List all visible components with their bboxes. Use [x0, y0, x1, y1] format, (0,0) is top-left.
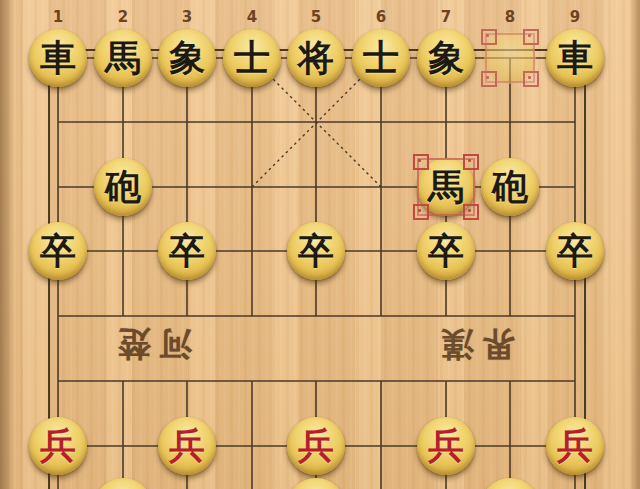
piece-character: 兵	[40, 428, 76, 464]
marker-corner	[481, 71, 497, 87]
piece-red-soldier[interactable]: 兵	[158, 417, 216, 475]
piece-character: 卒	[298, 233, 334, 269]
piece-black-chariot[interactable]: 車	[546, 29, 604, 87]
marker-corner	[463, 154, 479, 170]
piece-black-soldier[interactable]: 卒	[287, 222, 345, 280]
piece-character: 砲	[492, 169, 528, 205]
piece-black-horse[interactable]: 馬	[94, 29, 152, 87]
piece-character: 砲	[105, 169, 141, 205]
marker-corner	[463, 204, 479, 220]
piece-red-soldier[interactable]: 兵	[287, 417, 345, 475]
marker-corner	[481, 29, 497, 45]
piece-character: 車	[557, 40, 593, 76]
column-label-1: 1	[47, 8, 69, 26]
river-char: 漢	[441, 327, 474, 360]
piece-black-cannon[interactable]: 砲	[94, 158, 152, 216]
piece-black-cannon[interactable]: 砲	[481, 158, 539, 216]
river-text-han-jie: 漢 界	[441, 327, 515, 360]
piece-character: 馬	[105, 40, 141, 76]
column-label-8: 8	[499, 8, 521, 26]
column-label-7: 7	[435, 8, 457, 26]
piece-black-soldier[interactable]: 卒	[158, 222, 216, 280]
column-label-2: 2	[112, 8, 134, 26]
piece-red-soldier[interactable]: 兵	[29, 417, 87, 475]
marker-corner	[413, 204, 429, 220]
piece-character: 卒	[169, 233, 205, 269]
piece-black-soldier[interactable]: 卒	[29, 222, 87, 280]
piece-character: 卒	[40, 233, 76, 269]
marker-corner	[523, 71, 539, 87]
last-move-to-marker	[413, 154, 479, 220]
column-label-9: 9	[564, 8, 586, 26]
piece-character: 将	[298, 40, 334, 76]
piece-black-general[interactable]: 将	[287, 29, 345, 87]
column-label-6: 6	[370, 8, 392, 26]
piece-black-soldier[interactable]: 卒	[417, 222, 475, 280]
xiangqi-board[interactable]: 123456789 楚 河 漢 界 車馬象士将士象車砲馬砲卒卒卒卒卒兵兵兵兵兵	[0, 0, 640, 489]
piece-character: 兵	[298, 428, 334, 464]
piece-character: 兵	[557, 428, 593, 464]
piece-character: 象	[169, 40, 205, 76]
piece-black-chariot[interactable]: 車	[29, 29, 87, 87]
river-char: 界	[482, 327, 515, 360]
column-label-4: 4	[241, 8, 263, 26]
last-move-from-marker	[481, 29, 539, 87]
piece-character: 士	[363, 40, 399, 76]
piece-black-soldier[interactable]: 卒	[546, 222, 604, 280]
river-char: 楚	[118, 327, 151, 360]
piece-character: 兵	[169, 428, 205, 464]
piece-black-advisor[interactable]: 士	[352, 29, 410, 87]
marker-corner	[413, 154, 429, 170]
piece-black-advisor[interactable]: 士	[223, 29, 281, 87]
piece-character: 象	[428, 40, 464, 76]
piece-black-elephant[interactable]: 象	[158, 29, 216, 87]
marker-corner	[523, 29, 539, 45]
column-label-5: 5	[305, 8, 327, 26]
piece-character: 卒	[557, 233, 593, 269]
piece-red-soldier[interactable]: 兵	[546, 417, 604, 475]
piece-character: 卒	[428, 233, 464, 269]
river-char: 河	[159, 327, 192, 360]
piece-red-soldier[interactable]: 兵	[417, 417, 475, 475]
piece-character: 士	[234, 40, 270, 76]
column-label-3: 3	[176, 8, 198, 26]
piece-black-elephant[interactable]: 象	[417, 29, 475, 87]
river-text-chu-he: 楚 河	[118, 327, 192, 360]
piece-character: 兵	[428, 428, 464, 464]
piece-character: 車	[40, 40, 76, 76]
